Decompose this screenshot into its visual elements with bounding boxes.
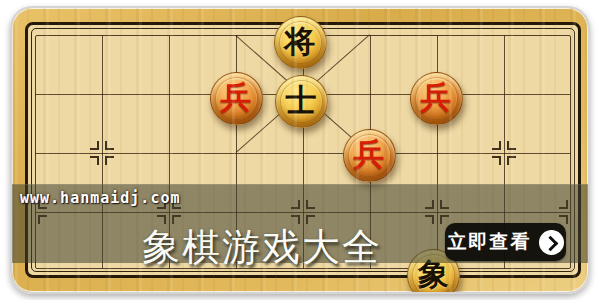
piece-glyph: 兵 xyxy=(354,139,385,170)
piece-glyph: 士 xyxy=(286,85,317,116)
piece-glyph: 象 xyxy=(418,259,449,290)
banner-stage: 将兵士兵兵象 www.hanmaidj.com 象棋游戏大全 立即查看 xyxy=(0,0,600,300)
watermark-text: www.hanmaidj.com xyxy=(20,189,181,207)
marker-bracket xyxy=(90,156,99,165)
marker-bracket xyxy=(492,156,501,165)
marker-bracket xyxy=(90,141,99,150)
marker-bracket xyxy=(492,141,501,150)
piece-glyph: 将 xyxy=(285,26,316,57)
banner-title: 象棋游戏大全 xyxy=(102,222,422,273)
piece-glyph: 兵 xyxy=(221,82,252,113)
xiangqi-piece[interactable]: 兵 xyxy=(410,72,463,125)
xiangqi-piece[interactable]: 将 xyxy=(274,16,327,69)
marker-bracket xyxy=(105,141,114,150)
xiangqi-piece[interactable]: 兵 xyxy=(343,129,396,182)
marker-bracket xyxy=(105,156,114,165)
view-now-label: 立即查看 xyxy=(448,229,532,255)
chevron-right-circle-icon xyxy=(539,230,564,255)
position-marker xyxy=(491,140,517,166)
position-marker xyxy=(89,140,115,166)
view-now-button[interactable]: 立即查看 xyxy=(445,223,566,261)
marker-bracket xyxy=(507,156,516,165)
xiangqi-piece[interactable]: 士 xyxy=(275,75,328,128)
piece-glyph: 兵 xyxy=(421,82,452,113)
xiangqi-piece[interactable]: 兵 xyxy=(210,72,263,125)
marker-bracket xyxy=(507,141,516,150)
banner-card: 将兵士兵兵象 www.hanmaidj.com 象棋游戏大全 立即查看 xyxy=(10,6,590,294)
